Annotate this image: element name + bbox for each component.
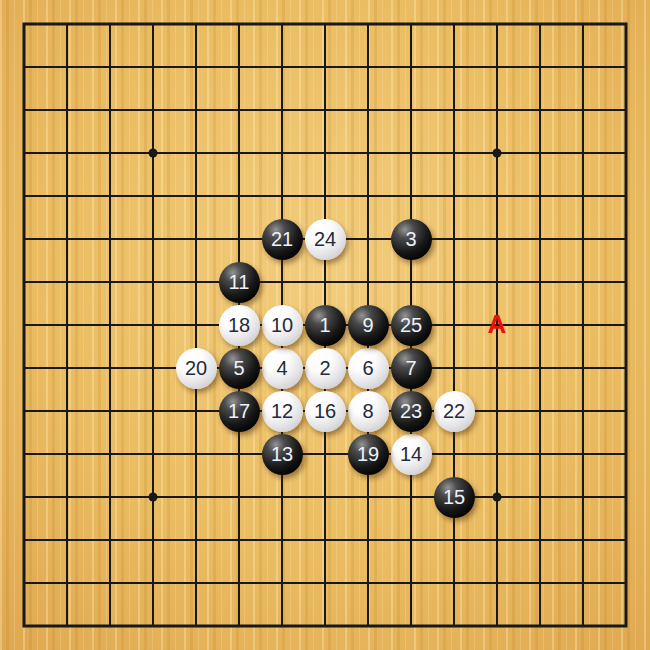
- stone-black-19: 19: [348, 434, 389, 475]
- gomoku-board-scene: 1234567891011121314151617181920212223242…: [0, 0, 650, 650]
- intersection-F9: 11: [218, 261, 261, 304]
- stone-black-25: 25: [391, 305, 432, 346]
- move-number: 16: [314, 401, 336, 421]
- stone-white-2: 2: [305, 348, 346, 389]
- intersection-F8: 18: [218, 304, 261, 347]
- move-number: 10: [271, 315, 293, 335]
- intersection-M8: A: [476, 304, 519, 347]
- move-number: 9: [362, 315, 373, 335]
- stone-white-6: 6: [348, 348, 389, 389]
- move-number: 11: [229, 272, 250, 292]
- stone-black-21: 21: [262, 219, 303, 260]
- stone-black-15: 15: [434, 477, 475, 518]
- move-number: 5: [233, 358, 244, 378]
- intersection-H7: 2: [304, 347, 347, 390]
- move-number: 22: [443, 401, 465, 421]
- intersection-F7: 5: [218, 347, 261, 390]
- intersection-L4: 15: [433, 476, 476, 519]
- move-number: 7: [405, 358, 416, 378]
- move-number: 2: [319, 358, 330, 378]
- stone-white-16: 16: [305, 391, 346, 432]
- move-number: 24: [314, 229, 336, 249]
- move-number: 15: [443, 487, 465, 507]
- intersection-K7: 7: [390, 347, 433, 390]
- intersection-H10: 24: [304, 218, 347, 261]
- move-number: 3: [405, 229, 416, 249]
- move-number: 25: [400, 315, 422, 335]
- move-number: 23: [400, 401, 422, 421]
- intersection-E7: 20: [175, 347, 218, 390]
- intersection-G6: 12: [261, 390, 304, 433]
- stone-white-4: 4: [262, 348, 303, 389]
- move-number: 4: [276, 358, 287, 378]
- stone-white-18: 18: [219, 305, 260, 346]
- move-number: 21: [271, 229, 293, 249]
- stone-black-1: 1: [305, 305, 346, 346]
- intersection-J5: 19: [347, 433, 390, 476]
- stone-white-8: 8: [348, 391, 389, 432]
- marker-a-label[interactable]: A: [488, 311, 507, 337]
- move-number: 14: [400, 444, 422, 464]
- intersection-J8: 9: [347, 304, 390, 347]
- move-number: 8: [362, 401, 373, 421]
- move-number: 17: [228, 401, 250, 421]
- intersection-H6: 16: [304, 390, 347, 433]
- stone-white-10: 10: [262, 305, 303, 346]
- move-number: 18: [228, 315, 250, 335]
- intersection-K5: 14: [390, 433, 433, 476]
- intersection-J6: 8: [347, 390, 390, 433]
- stone-black-13: 13: [262, 434, 303, 475]
- intersection-G8: 10: [261, 304, 304, 347]
- stone-black-9: 9: [348, 305, 389, 346]
- stone-white-14: 14: [391, 434, 432, 475]
- board[interactable]: 1234567891011121314151617181920212223242…: [3, 3, 648, 648]
- intersection-G7: 4: [261, 347, 304, 390]
- move-number: 19: [357, 444, 379, 464]
- stone-black-7: 7: [391, 348, 432, 389]
- stone-black-3: 3: [391, 219, 432, 260]
- move-number: 1: [319, 315, 330, 335]
- stone-black-23: 23: [391, 391, 432, 432]
- move-number: 20: [185, 358, 207, 378]
- stone-white-22: 22: [434, 391, 475, 432]
- intersection-G10: 21: [261, 218, 304, 261]
- intersection-L6: 22: [433, 390, 476, 433]
- stone-white-12: 12: [262, 391, 303, 432]
- move-number: 6: [362, 358, 373, 378]
- intersection-H8: 1: [304, 304, 347, 347]
- move-number: 12: [271, 401, 293, 421]
- stone-black-5: 5: [219, 348, 260, 389]
- stone-black-11: 11: [219, 262, 260, 303]
- intersection-F6: 17: [218, 390, 261, 433]
- intersection-K10: 3: [390, 218, 433, 261]
- intersection-J7: 6: [347, 347, 390, 390]
- move-number: 13: [271, 444, 293, 464]
- stone-black-17: 17: [219, 391, 260, 432]
- stone-white-24: 24: [305, 219, 346, 260]
- intersection-K8: 25: [390, 304, 433, 347]
- stone-white-20: 20: [176, 348, 217, 389]
- intersection-K6: 23: [390, 390, 433, 433]
- intersection-G5: 13: [261, 433, 304, 476]
